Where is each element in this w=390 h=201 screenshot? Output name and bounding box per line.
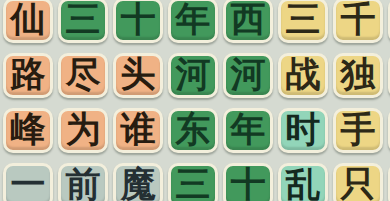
tile-character: 仙 (11, 2, 46, 37)
tile-character: 手 (341, 112, 376, 147)
character-tile[interactable]: 手 (333, 108, 383, 153)
tile-character: 战 (286, 57, 321, 92)
character-tile[interactable]: 战 (278, 53, 328, 98)
tile-character: 十 (231, 167, 266, 201)
character-tile[interactable]: 峰 (3, 108, 53, 153)
tile-character: 前 (66, 167, 101, 201)
tile-character: 一 (11, 167, 46, 201)
tile-character: 时 (286, 112, 321, 147)
tile-character: 只 (341, 167, 376, 201)
character-tile[interactable]: 为 (58, 108, 108, 153)
character-tile[interactable]: 谁 (113, 108, 163, 153)
character-tile[interactable]: 千 (333, 0, 383, 43)
character-tile[interactable]: 河 (168, 53, 218, 98)
character-tile[interactable]: 三 (168, 163, 218, 201)
character-tile[interactable]: 三 (58, 0, 108, 43)
tile-character: 三 (286, 2, 321, 37)
character-tile[interactable]: 十 (223, 163, 273, 201)
tile-character: 魔 (121, 167, 156, 201)
tile-character: 年 (176, 2, 211, 37)
tile-character: 谁 (121, 112, 156, 147)
tile-character: 年 (231, 112, 266, 147)
character-tile[interactable]: 独 (333, 53, 383, 98)
character-tile[interactable]: 三 (278, 0, 328, 43)
tile-character: 独 (341, 57, 376, 92)
character-tile[interactable]: 河 (223, 53, 273, 98)
puzzle-board: 仙三十年西三千路尽头河河战独峰为谁东年时手一前魔三十乱只 (0, 0, 390, 201)
character-tile[interactable]: 十 (113, 0, 163, 43)
tile-character: 东 (176, 112, 211, 147)
tile-character: 河 (231, 57, 266, 92)
character-tile[interactable]: 一 (3, 163, 53, 201)
tile-character: 头 (121, 57, 156, 92)
tile-character: 三 (176, 167, 211, 201)
tile-character: 峰 (11, 112, 46, 147)
character-tile[interactable]: 乱 (278, 163, 328, 201)
tile-character: 乱 (286, 167, 321, 201)
tile-character: 千 (341, 2, 376, 37)
tile-character: 尽 (66, 57, 101, 92)
character-tile[interactable]: 时 (278, 108, 328, 153)
character-tile[interactable]: 仙 (3, 0, 53, 43)
character-tile[interactable]: 只 (333, 163, 383, 201)
character-tile[interactable]: 魔 (113, 163, 163, 201)
character-tile[interactable]: 路 (3, 53, 53, 98)
character-tile[interactable]: 年 (168, 0, 218, 43)
character-tile[interactable]: 西 (223, 0, 273, 43)
tile-character: 十 (121, 2, 156, 37)
tile-character: 河 (176, 57, 211, 92)
character-tile[interactable]: 前 (58, 163, 108, 201)
tile-character: 为 (66, 112, 101, 147)
tile-character: 路 (11, 57, 46, 92)
character-tile[interactable]: 尽 (58, 53, 108, 98)
character-tile[interactable]: 东 (168, 108, 218, 153)
character-tile[interactable]: 年 (223, 108, 273, 153)
tile-character: 三 (66, 2, 101, 37)
character-tile[interactable]: 头 (113, 53, 163, 98)
tile-character: 西 (231, 2, 266, 37)
